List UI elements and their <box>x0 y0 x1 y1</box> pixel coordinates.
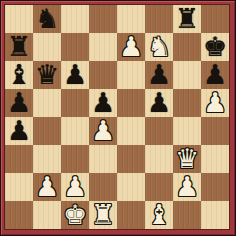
square-g6[interactable] <box>173 61 201 89</box>
square-c6[interactable]: ♟ <box>61 61 89 89</box>
square-h8[interactable] <box>201 5 229 33</box>
square-a1[interactable] <box>5 201 33 229</box>
white-knight[interactable]: ♞ <box>147 33 171 61</box>
square-e1[interactable] <box>117 201 145 229</box>
square-a3[interactable] <box>5 145 33 173</box>
white-pawn[interactable]: ♟ <box>119 33 143 61</box>
square-h7[interactable]: ♚ <box>201 33 229 61</box>
square-a8[interactable] <box>5 5 33 33</box>
square-d1[interactable]: ♜ <box>89 201 117 229</box>
black-knight[interactable]: ♞ <box>35 5 59 33</box>
square-c5[interactable] <box>61 89 89 117</box>
square-f2[interactable] <box>145 173 173 201</box>
square-d8[interactable] <box>89 5 117 33</box>
square-b8[interactable]: ♞ <box>33 5 61 33</box>
black-pawn[interactable]: ♟ <box>203 61 227 89</box>
square-e8[interactable] <box>117 5 145 33</box>
square-f8[interactable] <box>145 5 173 33</box>
square-b1[interactable] <box>33 201 61 229</box>
square-g3[interactable]: ♛ <box>173 145 201 173</box>
square-g5[interactable] <box>173 89 201 117</box>
square-b5[interactable] <box>33 89 61 117</box>
square-b4[interactable] <box>33 117 61 145</box>
square-g8[interactable]: ♜ <box>173 5 201 33</box>
square-b2[interactable]: ♟ <box>33 173 61 201</box>
square-g7[interactable] <box>173 33 201 61</box>
square-c4[interactable] <box>61 117 89 145</box>
white-pawn[interactable]: ♟ <box>203 89 227 117</box>
square-a2[interactable] <box>5 173 33 201</box>
white-pawn[interactable]: ♟ <box>91 117 115 145</box>
square-a6[interactable]: ♝ <box>5 61 33 89</box>
square-h6[interactable]: ♟ <box>201 61 229 89</box>
square-d2[interactable] <box>89 173 117 201</box>
black-pawn[interactable]: ♟ <box>7 89 31 117</box>
square-f1[interactable]: ♝ <box>145 201 173 229</box>
square-c8[interactable] <box>61 5 89 33</box>
black-pawn[interactable]: ♟ <box>63 61 87 89</box>
square-e4[interactable] <box>117 117 145 145</box>
square-h2[interactable] <box>201 173 229 201</box>
square-g1[interactable] <box>173 201 201 229</box>
black-king[interactable]: ♚ <box>203 33 227 61</box>
chess-board: ♞♜♜♟♞♚♝♛♟♟♟♟♟♟♟♟♟♛♟♟♟♚♜♝ <box>5 5 229 229</box>
square-e3[interactable] <box>117 145 145 173</box>
square-a4[interactable]: ♟ <box>5 117 33 145</box>
square-h5[interactable]: ♟ <box>201 89 229 117</box>
black-rook[interactable]: ♜ <box>7 33 31 61</box>
black-pawn[interactable]: ♟ <box>91 89 115 117</box>
black-pawn[interactable]: ♟ <box>147 61 171 89</box>
square-e5[interactable] <box>117 89 145 117</box>
square-a7[interactable]: ♜ <box>5 33 33 61</box>
black-pawn[interactable]: ♟ <box>7 117 31 145</box>
square-e7[interactable]: ♟ <box>117 33 145 61</box>
square-f3[interactable] <box>145 145 173 173</box>
square-d5[interactable]: ♟ <box>89 89 117 117</box>
black-bishop[interactable]: ♝ <box>7 61 31 89</box>
square-b6[interactable]: ♛ <box>33 61 61 89</box>
white-pawn[interactable]: ♟ <box>175 173 199 201</box>
board-frame: ♞♜♜♟♞♚♝♛♟♟♟♟♟♟♟♟♟♛♟♟♟♚♜♝ <box>0 0 236 236</box>
square-f6[interactable]: ♟ <box>145 61 173 89</box>
square-b3[interactable] <box>33 145 61 173</box>
square-h1[interactable] <box>201 201 229 229</box>
square-d4[interactable]: ♟ <box>89 117 117 145</box>
white-pawn[interactable]: ♟ <box>35 173 59 201</box>
square-f5[interactable]: ♟ <box>145 89 173 117</box>
square-h4[interactable] <box>201 117 229 145</box>
white-king[interactable]: ♚ <box>63 201 87 229</box>
square-c2[interactable]: ♟ <box>61 173 89 201</box>
square-e6[interactable] <box>117 61 145 89</box>
square-c7[interactable] <box>61 33 89 61</box>
square-a5[interactable]: ♟ <box>5 89 33 117</box>
black-queen[interactable]: ♛ <box>35 61 59 89</box>
square-f7[interactable]: ♞ <box>145 33 173 61</box>
white-bishop[interactable]: ♝ <box>147 201 171 229</box>
black-pawn[interactable]: ♟ <box>147 89 171 117</box>
square-c1[interactable]: ♚ <box>61 201 89 229</box>
square-f4[interactable] <box>145 117 173 145</box>
square-h3[interactable] <box>201 145 229 173</box>
square-d6[interactable] <box>89 61 117 89</box>
square-b7[interactable] <box>33 33 61 61</box>
black-rook[interactable]: ♜ <box>175 5 199 33</box>
square-c3[interactable] <box>61 145 89 173</box>
square-g4[interactable] <box>173 117 201 145</box>
white-queen[interactable]: ♛ <box>175 145 199 173</box>
square-e2[interactable] <box>117 173 145 201</box>
square-d3[interactable] <box>89 145 117 173</box>
square-g2[interactable]: ♟ <box>173 173 201 201</box>
square-d7[interactable] <box>89 33 117 61</box>
white-pawn[interactable]: ♟ <box>63 173 87 201</box>
white-rook[interactable]: ♜ <box>91 201 115 229</box>
